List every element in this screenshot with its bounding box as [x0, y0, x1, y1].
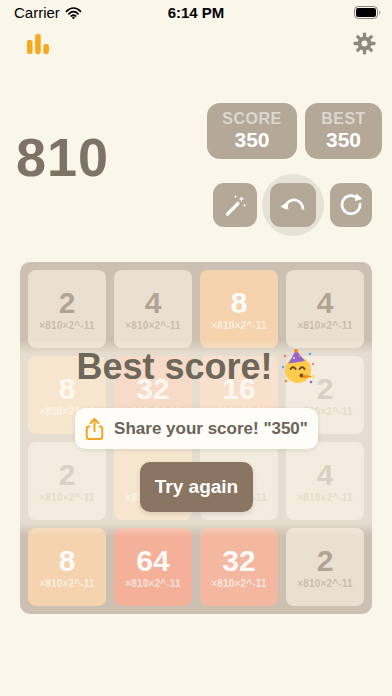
battery-icon [354, 6, 382, 19]
tile-value: 32 [222, 545, 255, 577]
gear-icon [353, 32, 376, 55]
tile-subscript: ×810×2^-11 [297, 492, 353, 503]
settings-button[interactable] [353, 32, 376, 55]
tile-value: 2 [317, 545, 334, 577]
tile-value: 64 [136, 545, 169, 577]
best-label: BEST [321, 110, 366, 128]
tile-2: 2×810×2^-11 [28, 270, 106, 348]
restart-button[interactable] [330, 183, 372, 227]
tile-subscript: ×810×2^-11 [297, 578, 353, 589]
tile-subscript: ×810×2^-11 [211, 578, 267, 589]
stats-button[interactable] [26, 31, 50, 55]
tile-value: 4 [317, 287, 334, 319]
share-score-button[interactable]: Share your score! "350" [75, 408, 318, 449]
undo-icon [279, 192, 307, 218]
tile-2: 2×810×2^-11 [286, 528, 364, 606]
score-box: SCORE 350 [207, 103, 297, 159]
score-label: SCORE [222, 110, 281, 128]
tile-4: 4×810×2^-11 [286, 442, 364, 520]
game-over-title: Best score! [0, 346, 392, 388]
magic-wand-icon [223, 193, 248, 218]
tile-subscript: ×810×2^-11 [39, 578, 95, 589]
game-over-title-text: Best score! [76, 346, 272, 387]
tile-value: 2 [59, 459, 76, 491]
tile-2: 2×810×2^-11 [28, 442, 106, 520]
share-score-label: Share your score! "350" [114, 419, 308, 439]
tile-32: 32×810×2^-11 [200, 528, 278, 606]
share-icon [85, 417, 104, 441]
tile-value: 8 [59, 545, 76, 577]
tile-subscript: ×810×2^-11 [39, 320, 95, 331]
tile-value: 8 [231, 287, 248, 319]
best-value: 350 [326, 128, 361, 152]
best-box: BEST 350 [305, 103, 382, 159]
try-again-button[interactable]: Try again [140, 462, 253, 512]
tile-subscript: ×810×2^-11 [211, 320, 267, 331]
score-value: 350 [234, 128, 269, 152]
tile-subscript: ×810×2^-11 [39, 492, 95, 503]
tile-value: 4 [145, 287, 162, 319]
tile-value: 2 [59, 287, 76, 319]
tile-subscript: ×810×2^-11 [125, 578, 181, 589]
party-face-emoji [280, 349, 316, 385]
hint-wand-button[interactable] [213, 183, 257, 227]
refresh-icon [339, 193, 363, 217]
tile-4: 4×810×2^-11 [286, 270, 364, 348]
clock: 6:14 PM [0, 4, 392, 21]
tile-value: 4 [317, 459, 334, 491]
big-number: 810 [16, 126, 109, 188]
tile-4: 4×810×2^-11 [114, 270, 192, 348]
tile-64: 64×810×2^-11 [114, 528, 192, 606]
tile-subscript: ×810×2^-11 [125, 320, 181, 331]
tile-8: 8×810×2^-11 [28, 528, 106, 606]
bar-chart-icon [26, 31, 50, 55]
tile-subscript: ×810×2^-11 [297, 320, 353, 331]
tile-8: 8×810×2^-11 [200, 270, 278, 348]
undo-button[interactable] [270, 183, 316, 227]
